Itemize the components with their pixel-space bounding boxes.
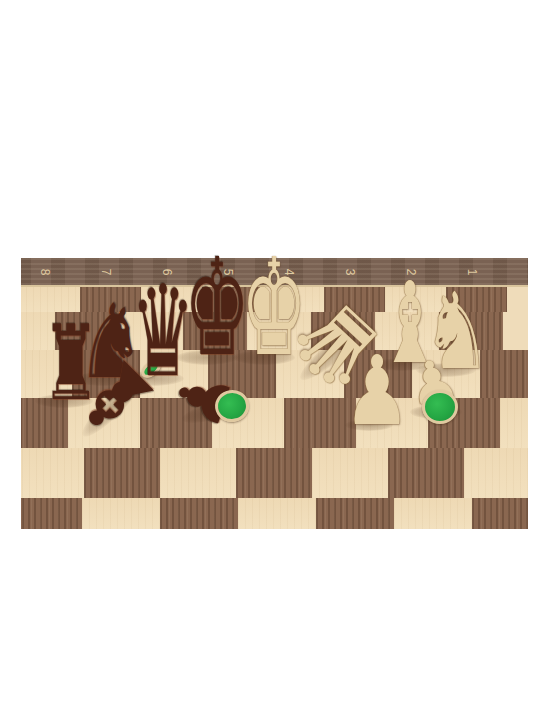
square-r6c2 — [82, 498, 160, 529]
pieces-layer: ♛♚♚♛♜♞♝♟♟♝♞♟ — [0, 0, 540, 720]
square-r6c6 — [394, 498, 472, 529]
rail-label-8: 8 — [38, 268, 52, 275]
square-r6c5 — [316, 498, 394, 529]
square-r6c7 — [472, 498, 528, 529]
rail-label-7: 7 — [99, 268, 113, 275]
square-r5c6 — [388, 448, 464, 498]
square-r6c3 — [160, 498, 238, 529]
board-row-5 — [21, 448, 528, 498]
square-r5c3 — [160, 448, 236, 498]
board-row-6 — [21, 498, 528, 529]
square-r5c1 — [21, 448, 84, 498]
square-r5c4 — [236, 448, 312, 498]
square-r5c2 — [84, 448, 160, 498]
square-r5c7 — [464, 448, 528, 498]
square-r4c8 — [500, 398, 528, 448]
product-photo-stage: 87654321 ♛♚♚♛♜♞♝♟♟♝♞♟ — [0, 0, 540, 720]
square-r6c4 — [238, 498, 316, 529]
square-r5c5 — [312, 448, 388, 498]
square-r6c1 — [21, 498, 82, 529]
